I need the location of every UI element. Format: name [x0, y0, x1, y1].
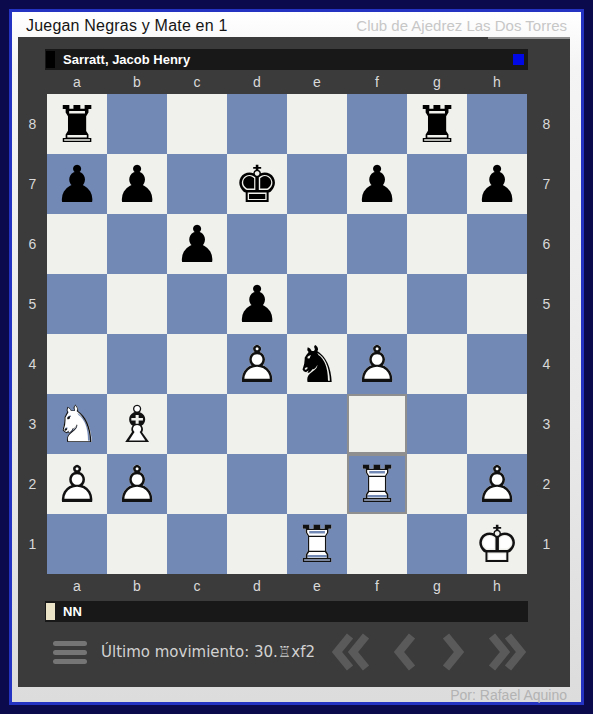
rank-label-7: 7 — [18, 154, 47, 214]
bottom-player-bar: NN — [45, 601, 528, 622]
square-h1[interactable]: ♚♔ — [467, 514, 527, 574]
file-label-a: a — [47, 70, 107, 94]
piece-white-bishop: ♝ — [107, 394, 167, 454]
square-a5[interactable] — [47, 274, 107, 334]
piece-black-pawn: ♟ — [467, 154, 527, 214]
piece-white-pawn: ♟ — [47, 454, 107, 514]
piece-white-pawn: ♟ — [347, 334, 407, 394]
file-label-a: a — [47, 574, 107, 598]
square-b5[interactable] — [107, 274, 167, 334]
square-h8[interactable] — [467, 94, 527, 154]
file-label-g: g — [407, 70, 467, 94]
chevron-right-icon — [440, 633, 464, 671]
square-e3[interactable] — [287, 394, 347, 454]
square-c6[interactable]: ♟ — [167, 214, 227, 274]
square-b3[interactable]: ♝♗ — [107, 394, 167, 454]
square-g7[interactable] — [407, 154, 467, 214]
square-d4[interactable]: ♟♙ — [227, 334, 287, 394]
last-move-text: Último movimiento: 30.♖xf2 — [101, 643, 332, 661]
controls-bar: Último movimiento: 30.♖xf2 — [18, 622, 570, 682]
square-g2[interactable] — [407, 454, 467, 514]
black-color-marker — [46, 51, 55, 68]
rank-label-4: 4 — [527, 334, 566, 394]
chevron-left-icon — [394, 633, 418, 671]
rank-label-1: 1 — [18, 514, 47, 574]
square-f7[interactable]: ♟ — [347, 154, 407, 214]
square-e6[interactable] — [287, 214, 347, 274]
file-labels-bottom: abcdefgh — [47, 574, 527, 598]
piece-black-pawn: ♟ — [167, 214, 227, 274]
piece-black-pawn: ♟ — [227, 274, 287, 334]
rank-label-1: 1 — [527, 514, 566, 574]
chess-widget-panel: Sarratt, Jacob Henry abcdefgh 87654321 ♜… — [18, 37, 570, 687]
rank-label-8: 8 — [527, 94, 566, 154]
white-color-marker — [46, 603, 55, 620]
panel-top-highlight — [488, 37, 570, 39]
piece-black-pawn: ♟ — [47, 154, 107, 214]
page-background: Juegan Negras y Mate en 1 Club de Ajedre… — [9, 9, 584, 705]
bottom-player-name: NN — [63, 604, 528, 619]
rank-label-3: 3 — [527, 394, 566, 454]
file-label-b: b — [107, 70, 167, 94]
square-a6[interactable] — [47, 214, 107, 274]
piece-white-pawn-outline: ♙ — [467, 454, 527, 514]
square-d3[interactable] — [227, 394, 287, 454]
square-c5[interactable] — [167, 274, 227, 334]
file-label-f: f — [347, 70, 407, 94]
square-e5[interactable] — [287, 274, 347, 334]
rank-label-2: 2 — [18, 454, 47, 514]
rank-label-4: 4 — [18, 334, 47, 394]
file-label-d: d — [227, 70, 287, 94]
piece-white-pawn: ♟ — [107, 454, 167, 514]
top-player-name: Sarratt, Jacob Henry — [63, 52, 513, 67]
square-e2[interactable] — [287, 454, 347, 514]
chess-board: ♜♜♟♟♚♟♟♟♟♟♙♞♟♙♞♘♝♗♟♙♟♙♜♖♟♙♜♖♚♔ — [47, 94, 527, 574]
piece-white-rook-outline: ♖ — [347, 454, 407, 514]
square-e8[interactable] — [287, 94, 347, 154]
hamburger-icon — [53, 641, 87, 646]
file-label-h: h — [467, 70, 527, 94]
square-g4[interactable] — [407, 334, 467, 394]
square-g5[interactable] — [407, 274, 467, 334]
piece-white-knight-outline: ♘ — [47, 394, 107, 454]
rank-label-7: 7 — [527, 154, 566, 214]
piece-white-bishop-outline: ♗ — [107, 394, 167, 454]
square-a4[interactable] — [47, 334, 107, 394]
hamburger-icon — [53, 659, 87, 664]
square-a2[interactable]: ♟♙ — [47, 454, 107, 514]
file-label-e: e — [287, 70, 347, 94]
square-h2[interactable]: ♟♙ — [467, 454, 527, 514]
nav-first-button[interactable] — [332, 633, 372, 671]
square-b6[interactable] — [107, 214, 167, 274]
square-c4[interactable] — [167, 334, 227, 394]
square-c7[interactable] — [167, 154, 227, 214]
square-c2[interactable] — [167, 454, 227, 514]
piece-black-pawn: ♟ — [347, 154, 407, 214]
credit-text: Por: Rafael Aquino — [450, 687, 567, 703]
rank-label-2: 2 — [527, 454, 566, 514]
double-chevron-right-icon — [486, 633, 526, 671]
square-d8[interactable] — [227, 94, 287, 154]
file-label-e: e — [287, 574, 347, 598]
rank-label-6: 6 — [18, 214, 47, 274]
move-navigation — [332, 633, 526, 671]
menu-button[interactable] — [53, 641, 87, 664]
square-a1[interactable] — [47, 514, 107, 574]
outer-border: Juegan Negras y Mate en 1 Club de Ajedre… — [0, 0, 593, 714]
rank-label-6: 6 — [527, 214, 566, 274]
square-f8[interactable] — [347, 94, 407, 154]
file-labels-top: abcdefgh — [47, 70, 527, 94]
file-label-c: c — [167, 70, 227, 94]
square-h4[interactable] — [467, 334, 527, 394]
page-title: Juegan Negras y Mate en 1 — [26, 17, 228, 35]
square-f4[interactable]: ♟♙ — [347, 334, 407, 394]
square-a8[interactable]: ♜ — [47, 94, 107, 154]
square-h5[interactable] — [467, 274, 527, 334]
piece-white-king: ♚ — [467, 514, 527, 574]
square-g1[interactable] — [407, 514, 467, 574]
rank-labels-left: 87654321 — [18, 94, 47, 574]
square-g3[interactable] — [407, 394, 467, 454]
square-d5[interactable]: ♟ — [227, 274, 287, 334]
board-area: 87654321 ♜♜♟♟♚♟♟♟♟♟♙♞♟♙♞♘♝♗♟♙♟♙♜♖♟♙♜♖♚♔ … — [18, 94, 570, 574]
square-e7[interactable] — [287, 154, 347, 214]
header: Juegan Negras y Mate en 1 Club de Ajedre… — [12, 12, 581, 37]
piece-black-knight: ♞ — [287, 334, 347, 394]
piece-white-pawn: ♟ — [227, 334, 287, 394]
square-c3[interactable] — [167, 394, 227, 454]
file-label-b: b — [107, 574, 167, 598]
square-h7[interactable]: ♟ — [467, 154, 527, 214]
file-label-f: f — [347, 574, 407, 598]
square-g8[interactable]: ♜ — [407, 94, 467, 154]
piece-white-pawn-outline: ♙ — [107, 454, 167, 514]
square-f2[interactable]: ♜♖ — [347, 454, 407, 514]
club-name: Club de Ajedrez Las Dos Torres — [356, 17, 567, 34]
nav-prev-button[interactable] — [394, 633, 418, 671]
square-e4[interactable]: ♞ — [287, 334, 347, 394]
square-d2[interactable] — [227, 454, 287, 514]
nav-next-button[interactable] — [440, 633, 464, 671]
square-b7[interactable]: ♟ — [107, 154, 167, 214]
square-g6[interactable] — [407, 214, 467, 274]
top-player-bar: Sarratt, Jacob Henry — [45, 49, 528, 70]
piece-white-pawn-outline: ♙ — [47, 454, 107, 514]
square-b4[interactable] — [107, 334, 167, 394]
rank-label-8: 8 — [18, 94, 47, 154]
square-a3[interactable]: ♞♘ — [47, 394, 107, 454]
file-label-g: g — [407, 574, 467, 598]
piece-white-pawn-outline: ♙ — [227, 334, 287, 394]
turn-indicator — [513, 54, 524, 65]
square-b8[interactable] — [107, 94, 167, 154]
rank-label-5: 5 — [527, 274, 566, 334]
hamburger-icon — [53, 650, 87, 655]
square-e1[interactable]: ♜♖ — [287, 514, 347, 574]
square-c1[interactable] — [167, 514, 227, 574]
square-f6[interactable] — [347, 214, 407, 274]
file-label-c: c — [167, 574, 227, 598]
piece-white-rook: ♜ — [347, 454, 407, 514]
square-d1[interactable] — [227, 514, 287, 574]
square-f1[interactable] — [347, 514, 407, 574]
piece-white-pawn: ♟ — [467, 454, 527, 514]
rank-label-5: 5 — [18, 274, 47, 334]
piece-black-rook: ♜ — [407, 94, 467, 154]
piece-white-knight: ♞ — [47, 394, 107, 454]
piece-black-king: ♚ — [227, 154, 287, 214]
square-d6[interactable] — [227, 214, 287, 274]
piece-white-pawn-outline: ♙ — [347, 334, 407, 394]
square-b2[interactable]: ♟♙ — [107, 454, 167, 514]
square-a7[interactable]: ♟ — [47, 154, 107, 214]
square-d7[interactable]: ♚ — [227, 154, 287, 214]
square-f3[interactable] — [347, 394, 407, 454]
nav-last-button[interactable] — [486, 633, 526, 671]
footer: Por: Rafael Aquino — [12, 687, 581, 703]
piece-white-rook-outline: ♖ — [287, 514, 347, 574]
square-b1[interactable] — [107, 514, 167, 574]
rank-labels-right: 87654321 — [527, 94, 566, 574]
piece-black-rook: ♜ — [47, 94, 107, 154]
file-label-d: d — [227, 574, 287, 598]
square-h3[interactable] — [467, 394, 527, 454]
square-f5[interactable] — [347, 274, 407, 334]
square-c8[interactable] — [167, 94, 227, 154]
square-h6[interactable] — [467, 214, 527, 274]
piece-black-pawn: ♟ — [107, 154, 167, 214]
double-chevron-left-icon — [332, 633, 372, 671]
piece-white-rook: ♜ — [287, 514, 347, 574]
piece-white-king-outline: ♔ — [467, 514, 527, 574]
file-label-h: h — [467, 574, 527, 598]
rank-label-3: 3 — [18, 394, 47, 454]
